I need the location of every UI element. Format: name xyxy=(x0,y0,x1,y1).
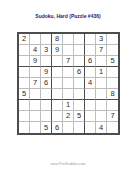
cell-r5c8 xyxy=(96,78,107,89)
cell-r8c9: 7 xyxy=(107,111,118,122)
cell-r8c1 xyxy=(19,111,30,122)
cell-r8c4 xyxy=(52,111,63,122)
cell-r5c7: 4 xyxy=(85,78,96,89)
cell-r4c7 xyxy=(85,67,96,78)
cell-r1c9 xyxy=(107,34,118,45)
cell-r5c2: 7 xyxy=(30,78,41,89)
cell-r1c4: 8 xyxy=(52,34,63,45)
cell-r5c9 xyxy=(107,78,118,89)
sudoku-board: 28343979765961764581257564 xyxy=(17,32,120,135)
cell-r4c1 xyxy=(19,67,30,78)
cell-r4c6: 6 xyxy=(74,67,85,78)
cell-r9c1 xyxy=(19,122,30,133)
cell-r5c4 xyxy=(52,78,63,89)
cell-r6c4 xyxy=(52,89,63,100)
cell-r6c2 xyxy=(30,89,41,100)
cell-r1c8: 3 xyxy=(96,34,107,45)
cell-r6c5 xyxy=(63,89,74,100)
cell-r1c3 xyxy=(41,34,52,45)
cell-r9c3: 5 xyxy=(41,122,52,133)
cell-r8c7 xyxy=(85,111,96,122)
cell-r7c9 xyxy=(107,100,118,111)
cell-r9c2 xyxy=(30,122,41,133)
cell-r2c8: 7 xyxy=(96,45,107,56)
cell-r9c5 xyxy=(63,122,74,133)
cell-r3c6 xyxy=(74,56,85,67)
cell-r2c2: 4 xyxy=(30,45,41,56)
cell-r5c3: 6 xyxy=(41,78,52,89)
cell-r5c5 xyxy=(63,78,74,89)
cell-r5c1 xyxy=(19,78,30,89)
cell-r9c4: 6 xyxy=(52,122,63,133)
cell-r2c6 xyxy=(74,45,85,56)
cell-r9c8: 4 xyxy=(96,122,107,133)
cell-r2c5 xyxy=(63,45,74,56)
cell-r3c2: 9 xyxy=(30,56,41,67)
cell-r4c5 xyxy=(63,67,74,78)
page-title: Sudoku, Hard (Puzzle #436) xyxy=(0,13,136,19)
cell-r8c2 xyxy=(30,111,41,122)
cell-r6c7 xyxy=(85,89,96,100)
cell-r2c3: 3 xyxy=(41,45,52,56)
cell-r6c3 xyxy=(41,89,52,100)
cell-r1c5 xyxy=(63,34,74,45)
cell-r3c1 xyxy=(19,56,30,67)
cell-r2c4: 9 xyxy=(52,45,63,56)
cell-r1c6 xyxy=(74,34,85,45)
cell-r3c9: 5 xyxy=(107,56,118,67)
cell-r7c7 xyxy=(85,100,96,111)
cell-r1c2 xyxy=(30,34,41,45)
cell-r7c6 xyxy=(74,100,85,111)
cell-r3c7: 6 xyxy=(85,56,96,67)
cell-r7c4 xyxy=(52,100,63,111)
cell-r6c8 xyxy=(96,89,107,100)
cell-r3c8 xyxy=(96,56,107,67)
cell-r4c4 xyxy=(52,67,63,78)
cell-r7c5: 1 xyxy=(63,100,74,111)
cell-r2c7 xyxy=(85,45,96,56)
cell-r3c3 xyxy=(41,56,52,67)
cell-r1c1: 2 xyxy=(19,34,30,45)
cell-r4c9 xyxy=(107,67,118,78)
cell-r9c6 xyxy=(74,122,85,133)
cell-r6c1: 5 xyxy=(19,89,30,100)
cell-r8c3 xyxy=(41,111,52,122)
cell-r6c9: 8 xyxy=(107,89,118,100)
cell-r9c9 xyxy=(107,122,118,133)
cell-r2c1 xyxy=(19,45,30,56)
cell-r7c1 xyxy=(19,100,30,111)
cell-r7c3 xyxy=(41,100,52,111)
cell-r9c7 xyxy=(85,122,96,133)
cell-r6c6 xyxy=(74,89,85,100)
cell-r8c8 xyxy=(96,111,107,122)
cell-r5c6 xyxy=(74,78,85,89)
cell-r3c5: 7 xyxy=(63,56,74,67)
cell-r4c8: 1 xyxy=(96,67,107,78)
cell-r1c7 xyxy=(85,34,96,45)
footer-website-text: www.PrintSudoku.com xyxy=(0,162,136,166)
cell-r7c2 xyxy=(30,100,41,111)
cell-r8c6: 5 xyxy=(74,111,85,122)
cell-r4c2 xyxy=(30,67,41,78)
cell-r7c8 xyxy=(96,100,107,111)
cell-r2c9 xyxy=(107,45,118,56)
cell-r8c5: 2 xyxy=(63,111,74,122)
cell-r4c3: 9 xyxy=(41,67,52,78)
cell-r3c4 xyxy=(52,56,63,67)
